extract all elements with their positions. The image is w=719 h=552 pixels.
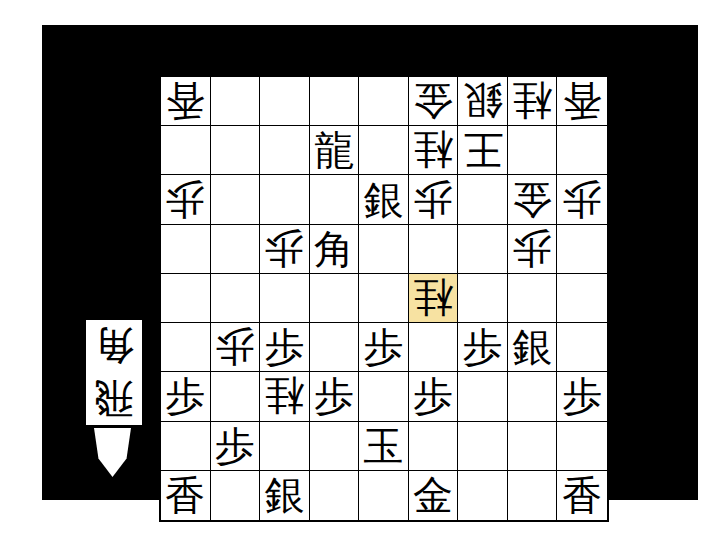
- piece-gote-歩: 歩: [413, 180, 453, 220]
- square-5-4[interactable]: [359, 225, 409, 274]
- square-6-2[interactable]: 龍: [310, 126, 360, 175]
- piece-sente-玉: 玉: [363, 426, 403, 466]
- square-8-3[interactable]: [211, 175, 261, 224]
- square-9-4[interactable]: [161, 225, 211, 274]
- square-3-6[interactable]: 歩: [458, 323, 508, 372]
- square-4-7[interactable]: 歩: [409, 372, 459, 421]
- square-5-2[interactable]: [359, 126, 409, 175]
- square-2-5[interactable]: [508, 274, 558, 323]
- square-9-8[interactable]: [161, 422, 211, 471]
- square-8-1[interactable]: [211, 77, 261, 126]
- square-9-2[interactable]: [161, 126, 211, 175]
- piece-sente-銀: 銀: [512, 327, 552, 367]
- gote-turn-marker-icon: [94, 428, 131, 477]
- square-6-6[interactable]: [310, 323, 360, 372]
- square-3-5[interactable]: [458, 274, 508, 323]
- square-3-4[interactable]: [458, 225, 508, 274]
- square-9-9[interactable]: 香: [161, 471, 211, 520]
- square-6-7[interactable]: 歩: [310, 372, 360, 421]
- square-5-6[interactable]: 歩: [359, 323, 409, 372]
- square-8-7[interactable]: [211, 372, 261, 421]
- square-3-9[interactable]: [458, 471, 508, 520]
- square-7-9[interactable]: 銀: [260, 471, 310, 520]
- piece-sente-龍: 龍: [314, 130, 354, 170]
- square-1-1[interactable]: 香: [557, 77, 607, 126]
- square-7-8[interactable]: [260, 422, 310, 471]
- square-7-7[interactable]: 桂: [260, 372, 310, 421]
- board-panel: 香金銀桂香龍桂王歩銀歩金歩歩角歩桂歩歩歩歩銀歩桂歩歩歩歩玉香銀金香 角飛: [42, 25, 698, 500]
- square-1-2[interactable]: [557, 126, 607, 175]
- square-2-4[interactable]: 歩: [508, 225, 558, 274]
- square-4-8[interactable]: [409, 422, 459, 471]
- square-6-8[interactable]: [310, 422, 360, 471]
- square-7-1[interactable]: [260, 77, 310, 126]
- square-2-7[interactable]: [508, 372, 558, 421]
- piece-gote-金: 金: [413, 81, 453, 121]
- piece-gote-香: 香: [562, 81, 602, 121]
- square-6-5[interactable]: [310, 274, 360, 323]
- square-5-3[interactable]: 銀: [359, 175, 409, 224]
- square-9-1[interactable]: 香: [161, 77, 211, 126]
- square-3-1[interactable]: 銀: [458, 77, 508, 126]
- square-8-9[interactable]: [211, 471, 261, 520]
- square-5-8[interactable]: 玉: [359, 422, 409, 471]
- square-4-1[interactable]: 金: [409, 77, 459, 126]
- square-8-6[interactable]: 歩: [211, 323, 261, 372]
- square-7-6[interactable]: 歩: [260, 323, 310, 372]
- square-2-1[interactable]: 桂: [508, 77, 558, 126]
- piece-gote-桂: 桂: [264, 376, 304, 416]
- piece-gote-桂: 桂: [413, 278, 453, 318]
- piece-sente-歩: 歩: [165, 376, 205, 416]
- square-1-5[interactable]: [557, 274, 607, 323]
- gote-hand-tray: 角飛: [86, 320, 142, 425]
- square-4-4[interactable]: [409, 225, 459, 274]
- square-2-9[interactable]: [508, 471, 558, 520]
- piece-sente-銀: 銀: [363, 180, 403, 220]
- square-9-3[interactable]: 歩: [161, 175, 211, 224]
- square-9-5[interactable]: [161, 274, 211, 323]
- square-9-7[interactable]: 歩: [161, 372, 211, 421]
- square-3-3[interactable]: [458, 175, 508, 224]
- square-9-6[interactable]: [161, 323, 211, 372]
- square-1-9[interactable]: 香: [557, 471, 607, 520]
- square-8-4[interactable]: [211, 225, 261, 274]
- square-6-3[interactable]: [310, 175, 360, 224]
- square-1-7[interactable]: 歩: [557, 372, 607, 421]
- square-1-3[interactable]: 歩: [557, 175, 607, 224]
- square-5-5[interactable]: [359, 274, 409, 323]
- square-1-8[interactable]: [557, 422, 607, 471]
- square-2-8[interactable]: [508, 422, 558, 471]
- piece-sente-歩: 歩: [264, 327, 304, 367]
- square-7-4[interactable]: 歩: [260, 225, 310, 274]
- piece-sente-香: 香: [165, 475, 205, 515]
- piece-gote-金: 金: [512, 180, 552, 220]
- square-6-9[interactable]: [310, 471, 360, 520]
- piece-gote-歩: 歩: [512, 229, 552, 269]
- square-6-1[interactable]: [310, 77, 360, 126]
- piece-gote-王: 王: [463, 130, 503, 170]
- piece-gote-桂: 桂: [512, 81, 552, 121]
- square-4-9[interactable]: 金: [409, 471, 459, 520]
- piece-sente-歩: 歩: [363, 327, 403, 367]
- square-7-5[interactable]: [260, 274, 310, 323]
- piece-sente-歩: 歩: [413, 376, 453, 416]
- piece-gote-歩: 歩: [562, 180, 602, 220]
- piece-sente-歩: 歩: [463, 327, 503, 367]
- piece-sente-角: 角: [314, 229, 354, 269]
- square-4-6[interactable]: [409, 323, 459, 372]
- square-2-3[interactable]: 金: [508, 175, 558, 224]
- square-1-6[interactable]: [557, 323, 607, 372]
- piece-sente-歩: 歩: [215, 426, 255, 466]
- square-4-5[interactable]: 桂: [409, 274, 459, 323]
- piece-gote-桂: 桂: [413, 130, 453, 170]
- square-7-2[interactable]: [260, 126, 310, 175]
- piece-gote-歩: 歩: [264, 229, 304, 269]
- square-5-7[interactable]: [359, 372, 409, 421]
- square-5-9[interactable]: [359, 471, 409, 520]
- square-8-5[interactable]: [211, 274, 261, 323]
- hand-piece-gote-角[interactable]: 角: [94, 326, 134, 366]
- square-3-7[interactable]: [458, 372, 508, 421]
- square-2-6[interactable]: 銀: [508, 323, 558, 372]
- square-6-4[interactable]: 角: [310, 225, 360, 274]
- piece-gote-歩: 歩: [215, 327, 255, 367]
- square-4-3[interactable]: 歩: [409, 175, 459, 224]
- square-7-3[interactable]: [260, 175, 310, 224]
- piece-sente-歩: 歩: [562, 376, 602, 416]
- piece-gote-銀: 銀: [463, 81, 503, 121]
- piece-sente-銀: 銀: [264, 475, 304, 515]
- piece-sente-歩: 歩: [314, 376, 354, 416]
- square-8-2[interactable]: [211, 126, 261, 175]
- hand-piece-gote-飛[interactable]: 飛: [94, 379, 134, 419]
- shogi-board: 香金銀桂香龍桂王歩銀歩金歩歩角歩桂歩歩歩歩銀歩桂歩歩歩歩玉香銀金香: [159, 75, 609, 522]
- piece-sente-香: 香: [562, 475, 602, 515]
- piece-gote-香: 香: [165, 81, 205, 121]
- square-2-2[interactable]: [508, 126, 558, 175]
- square-5-1[interactable]: [359, 77, 409, 126]
- square-3-8[interactable]: [458, 422, 508, 471]
- square-1-4[interactable]: [557, 225, 607, 274]
- piece-sente-金: 金: [413, 475, 453, 515]
- piece-gote-歩: 歩: [165, 180, 205, 220]
- square-8-8[interactable]: 歩: [211, 422, 261, 471]
- square-4-2[interactable]: 桂: [409, 126, 459, 175]
- square-3-2[interactable]: 王: [458, 126, 508, 175]
